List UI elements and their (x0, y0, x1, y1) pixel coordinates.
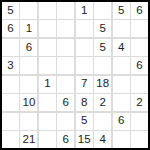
grid-cell-r6c1[interactable] (2, 94, 19, 111)
grid-cell-r1c8[interactable]: 6 (131, 2, 148, 19)
grid-cell-r2c7[interactable] (113, 20, 130, 37)
grid-cell-r8c6[interactable]: 4 (94, 131, 111, 148)
grid-cell-r3c7[interactable]: 4 (113, 39, 130, 56)
grid-cell-r3c1[interactable] (2, 39, 19, 56)
grid-cell-r5c5[interactable]: 7 (76, 76, 93, 93)
grid-cell-r4c1[interactable]: 3 (2, 57, 19, 74)
grid-cell-r6c5[interactable]: 8 (76, 94, 93, 111)
grid-cell-r5c8[interactable] (131, 76, 148, 93)
grid-cell-r5c1[interactable] (2, 76, 19, 93)
grid-cell-r4c4[interactable] (57, 57, 74, 74)
grid-cell-r8c4[interactable]: 6 (57, 131, 74, 148)
grid-cell-r7c5[interactable]: 5 (76, 113, 93, 130)
grid-cell-r7c3[interactable] (39, 113, 56, 130)
grid-cell-r6c4[interactable]: 6 (57, 94, 74, 111)
grid-cell-r4c5[interactable] (76, 57, 93, 74)
grid-cell-r1c3[interactable] (39, 2, 56, 19)
grid-cell-r1c4[interactable] (57, 2, 74, 19)
grid-cell-r5c2[interactable] (20, 76, 37, 93)
grid-cell-r8c2[interactable]: 21 (20, 131, 37, 148)
grid-cell-r8c8[interactable] (131, 131, 148, 148)
grid-cell-r1c5[interactable]: 1 (76, 2, 93, 19)
grid-cell-r2c1[interactable]: 6 (2, 20, 19, 37)
grid-cell-r3c6[interactable]: 5 (94, 39, 111, 56)
grid-cell-r1c2[interactable] (20, 2, 37, 19)
grid-cell-r4c8[interactable]: 6 (131, 57, 148, 74)
grid-cell-r4c7[interactable] (113, 57, 130, 74)
grid-cell-r7c4[interactable] (57, 113, 74, 130)
grid-cell-r4c2[interactable] (20, 57, 37, 74)
grid-cell-r7c7[interactable]: 6 (113, 113, 130, 130)
grid-cell-r6c6[interactable]: 2 (94, 94, 111, 111)
grid-cell-r3c5[interactable] (76, 39, 93, 56)
grid-cell-r3c3[interactable] (39, 39, 56, 56)
puzzle-board: 515661565436171810682256216154 (0, 0, 150, 150)
grid-cell-r6c7[interactable] (113, 94, 130, 111)
grid-cell-r7c2[interactable] (20, 113, 37, 130)
grid-cell-r8c7[interactable] (113, 131, 130, 148)
grid-cell-r1c7[interactable]: 5 (113, 2, 130, 19)
grid-cell-r8c1[interactable] (2, 131, 19, 148)
grid-cell-r7c1[interactable] (2, 113, 19, 130)
grid-cell-r5c7[interactable] (113, 76, 130, 93)
grid-cell-r1c1[interactable]: 5 (2, 2, 19, 19)
grid-cell-r5c6[interactable]: 18 (94, 76, 111, 93)
grid-cell-r3c8[interactable] (131, 39, 148, 56)
grid-cell-r5c4[interactable] (57, 76, 74, 93)
grid-cell-r7c8[interactable] (131, 113, 148, 130)
grid-cell-r2c5[interactable] (76, 20, 93, 37)
grid-cell-r6c3[interactable] (39, 94, 56, 111)
grid-cell-r8c5[interactable]: 15 (76, 131, 93, 148)
grid-cell-r4c3[interactable] (39, 57, 56, 74)
grid-cell-r7c6[interactable] (94, 113, 111, 130)
grid-cell-r2c4[interactable] (57, 20, 74, 37)
grid-cell-r6c2[interactable]: 10 (20, 94, 37, 111)
grid-cell-r5c3[interactable]: 1 (39, 76, 56, 93)
grid-cell-r8c3[interactable] (39, 131, 56, 148)
grid-cell-r4c6[interactable] (94, 57, 111, 74)
grid-cell-r2c6[interactable]: 5 (94, 20, 111, 37)
grid-cell-r3c2[interactable]: 6 (20, 39, 37, 56)
grid-cell-r1c6[interactable] (94, 2, 111, 19)
grid-cell-r2c2[interactable]: 1 (20, 20, 37, 37)
grid-cell-r3c4[interactable] (57, 39, 74, 56)
grid-cell-r2c8[interactable] (131, 20, 148, 37)
grid-cell-r6c8[interactable]: 2 (131, 94, 148, 111)
grid-cell-r2c3[interactable] (39, 20, 56, 37)
